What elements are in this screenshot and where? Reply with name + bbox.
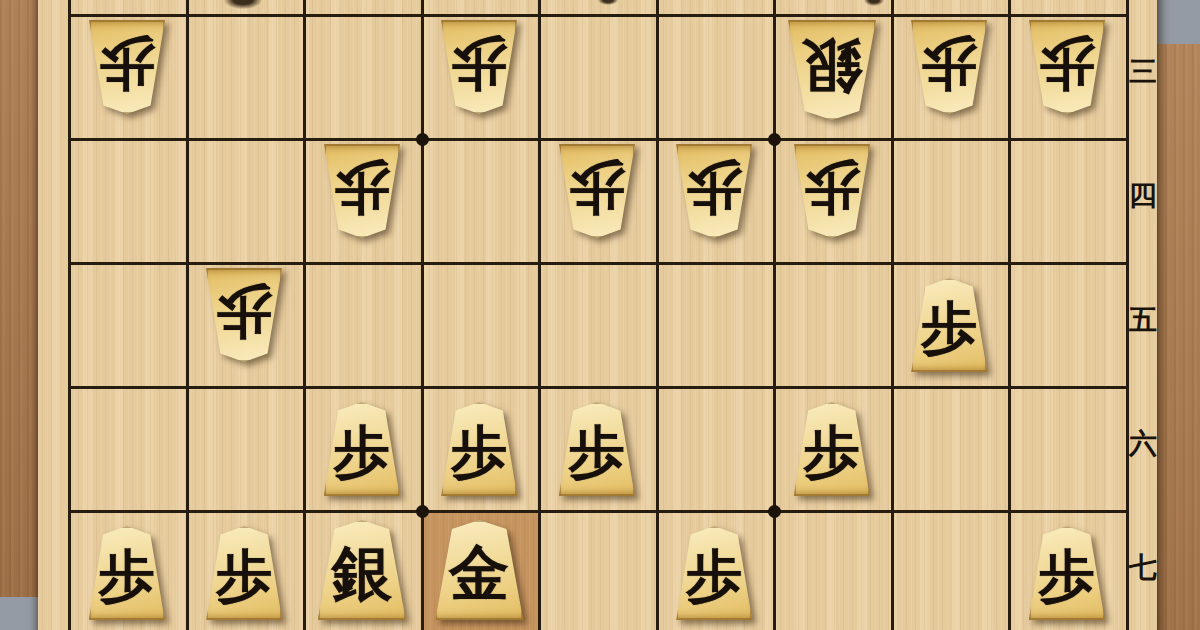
piece-1-7-sente-pawn[interactable]: 歩 xyxy=(1029,526,1105,620)
table-background-left xyxy=(0,0,38,597)
piece-kanji: 歩 xyxy=(804,160,860,216)
piece-2-5-sente-pawn[interactable]: 歩 xyxy=(911,278,987,372)
rank-label-4: 四 xyxy=(1129,177,1156,215)
piece-body: 歩 xyxy=(559,402,635,496)
piece-kanji: 歩 xyxy=(921,36,977,92)
piece-kanji: 歩 xyxy=(99,36,155,92)
table-background-right xyxy=(1156,44,1200,630)
piece-7-4-gote-pawn[interactable]: 歩 xyxy=(324,144,400,238)
piece-6-7-sente-gold[interactable]: 金 xyxy=(435,520,523,620)
piece-kanji: 歩 xyxy=(1039,548,1095,604)
piece-6-6-sente-pawn[interactable]: 歩 xyxy=(441,402,517,496)
piece-body: 歩 xyxy=(324,402,400,496)
piece-kanji: 金 xyxy=(449,543,509,603)
piece-1-3-gote-pawn[interactable]: 歩 xyxy=(1029,20,1105,114)
piece-7-6-sente-pawn[interactable]: 歩 xyxy=(324,402,400,496)
piece-body: 歩 xyxy=(559,144,635,238)
piece-9-7-sente-pawn[interactable]: 歩 xyxy=(89,526,165,620)
piece-body: 歩 xyxy=(1029,20,1105,114)
rank-label-6: 六 xyxy=(1129,425,1156,463)
piece-kanji: 歩 xyxy=(451,36,507,92)
piece-body: 歩 xyxy=(676,526,752,620)
piece-body: 歩 xyxy=(676,144,752,238)
piece-body: 銀 xyxy=(318,520,406,620)
piece-kanji: 歩 xyxy=(216,284,272,340)
piece-body: 歩 xyxy=(89,20,165,114)
piece-kanji: 歩 xyxy=(686,160,742,216)
piece-kanji: 銀 xyxy=(802,37,862,97)
piece-kanji: 歩 xyxy=(99,548,155,604)
rank-label-7: 七 xyxy=(1129,549,1156,587)
piece-body: 金 xyxy=(435,520,523,620)
piece-body: 歩 xyxy=(794,402,870,496)
piece-body: 歩 xyxy=(206,268,282,362)
piece-3-6-sente-pawn[interactable]: 歩 xyxy=(794,402,870,496)
piece-kanji: 歩 xyxy=(334,424,390,480)
piece-kanji: 歩 xyxy=(804,424,860,480)
piece-body: 歩 xyxy=(324,144,400,238)
piece-4-7-sente-pawn[interactable]: 歩 xyxy=(676,526,752,620)
piece-kanji: 歩 xyxy=(1039,36,1095,92)
piece-body: 歩 xyxy=(206,526,282,620)
piece-kanji: 歩 xyxy=(216,548,272,604)
piece-8-7-sente-pawn[interactable]: 歩 xyxy=(206,526,282,620)
piece-body: 銀 xyxy=(788,20,876,120)
piece-body: 歩 xyxy=(794,144,870,238)
piece-body: 歩 xyxy=(441,402,517,496)
piece-kanji: 歩 xyxy=(569,424,625,480)
shogi-app-screenshot: 歩歩銀歩歩歩歩歩歩歩歩歩歩歩歩歩歩銀金歩歩 三四五六七 xyxy=(0,0,1200,630)
rank-label-5: 五 xyxy=(1129,301,1156,339)
piece-kanji: 歩 xyxy=(686,548,742,604)
piece-body: 歩 xyxy=(911,20,987,114)
piece-kanji: 歩 xyxy=(334,160,390,216)
piece-kanji: 歩 xyxy=(451,424,507,480)
piece-body: 歩 xyxy=(441,20,517,114)
piece-6-3-gote-pawn[interactable]: 歩 xyxy=(441,20,517,114)
piece-2-3-gote-pawn[interactable]: 歩 xyxy=(911,20,987,114)
piece-9-3-gote-pawn[interactable]: 歩 xyxy=(89,20,165,114)
piece-3-4-gote-pawn[interactable]: 歩 xyxy=(794,144,870,238)
piece-4-4-gote-pawn[interactable]: 歩 xyxy=(676,144,752,238)
piece-kanji: 歩 xyxy=(921,300,977,356)
piece-kanji: 銀 xyxy=(332,543,392,603)
rank-label-3: 三 xyxy=(1129,53,1156,91)
piece-body: 歩 xyxy=(1029,526,1105,620)
piece-5-6-sente-pawn[interactable]: 歩 xyxy=(559,402,635,496)
piece-8-5-gote-pawn[interactable]: 歩 xyxy=(206,268,282,362)
piece-3-3-gote-silver[interactable]: 銀 xyxy=(788,20,876,120)
piece-7-7-sente-silver[interactable]: 銀 xyxy=(318,520,406,620)
piece-body: 歩 xyxy=(89,526,165,620)
piece-body: 歩 xyxy=(911,278,987,372)
piece-kanji: 歩 xyxy=(569,160,625,216)
piece-5-4-gote-pawn[interactable]: 歩 xyxy=(559,144,635,238)
